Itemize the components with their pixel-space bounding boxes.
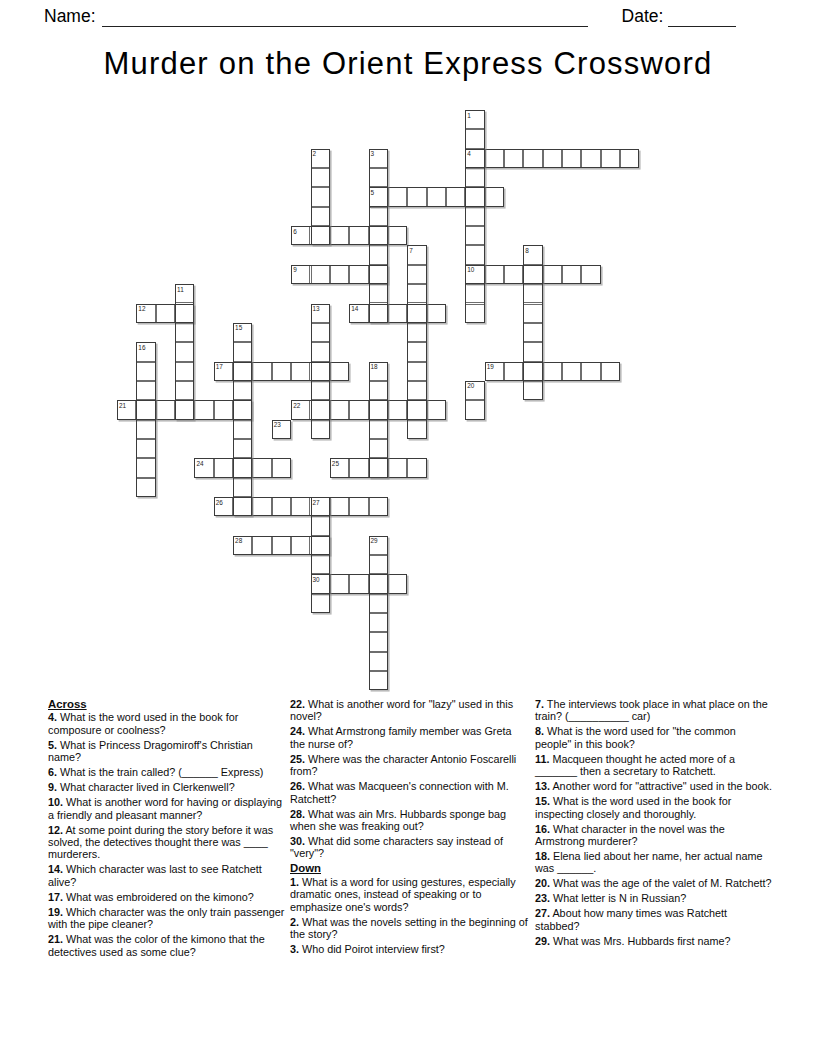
grid-cell-r20c8[interactable] bbox=[272, 497, 291, 516]
grid-cell-r14c15[interactable] bbox=[407, 381, 426, 400]
grid-cell-r25c13[interactable] bbox=[369, 594, 388, 613]
grid-cell-r17c13[interactable] bbox=[369, 439, 388, 458]
cell-number-1: 1 bbox=[467, 112, 471, 119]
cell-number-15: 15 bbox=[235, 324, 242, 331]
grid-cell-r6c13[interactable] bbox=[369, 226, 388, 245]
clue-down-27: 27. About how many times was Ratchett st… bbox=[535, 907, 773, 932]
grid-cell-r8c11[interactable] bbox=[330, 265, 349, 284]
grid-cell-r19c1[interactable] bbox=[136, 478, 155, 497]
grid-cell-r23c13[interactable] bbox=[369, 555, 388, 574]
cell-number-8: 8 bbox=[525, 247, 529, 254]
grid-cell-r9c21[interactable] bbox=[523, 284, 542, 303]
grid-cell-r17c1[interactable] bbox=[136, 439, 155, 458]
cell-number-14: 14 bbox=[351, 305, 358, 312]
grid-cell-r5c18[interactable] bbox=[465, 207, 484, 226]
grid-cell-r12c3[interactable] bbox=[175, 342, 194, 361]
clue-across-26: 26. What was Macqueen's connection with … bbox=[290, 780, 528, 805]
grid-cell-r16c10[interactable] bbox=[311, 420, 330, 439]
grid-cell-r18c14[interactable] bbox=[388, 458, 407, 477]
grid-cell-r14c13[interactable] bbox=[369, 381, 388, 400]
grid-cell-r13c22[interactable] bbox=[543, 362, 562, 381]
grid-cell-r2c23[interactable] bbox=[562, 149, 581, 168]
grid-cell-r3c10[interactable] bbox=[311, 168, 330, 187]
grid-cell-r13c23[interactable] bbox=[562, 362, 581, 381]
grid-cell-r16c1[interactable] bbox=[136, 420, 155, 439]
cell-number-9: 9 bbox=[293, 266, 297, 273]
grid-cell-r4c19[interactable] bbox=[485, 187, 504, 206]
grid-cell-r13c20[interactable] bbox=[504, 362, 523, 381]
clue-across-19: 19. Which character was the only train p… bbox=[48, 906, 286, 931]
clue-down-15: 15. What is the word used in the book fo… bbox=[535, 795, 773, 820]
grid-cell-r13c9[interactable] bbox=[291, 362, 310, 381]
cell-number-28: 28 bbox=[235, 537, 242, 544]
grid-cell-r18c15[interactable] bbox=[407, 458, 426, 477]
clue-across-5: 5. What is Princess Dragomiroff's Christ… bbox=[48, 739, 286, 764]
clue-down-1: 1. What is a word for using gestures, es… bbox=[290, 876, 528, 913]
clue-down-7: 7. The interviews took place in what pla… bbox=[535, 698, 773, 723]
grid-cell-r18c5[interactable] bbox=[214, 458, 233, 477]
clue-down-8: 8. What is the word used for "the common… bbox=[535, 725, 773, 750]
grid-cell-r3c13[interactable] bbox=[369, 168, 388, 187]
grid-cell-r15c18[interactable] bbox=[465, 400, 484, 419]
grid-cell-r11c3[interactable] bbox=[175, 323, 194, 342]
grid-cell-r5c13[interactable] bbox=[369, 207, 388, 226]
grid-cell-r17c6[interactable] bbox=[233, 439, 252, 458]
grid-cell-r3c18[interactable] bbox=[465, 168, 484, 187]
grid-cell-r2c21[interactable] bbox=[523, 149, 542, 168]
grid-cell-r24c13[interactable] bbox=[369, 574, 388, 593]
clue-across-9: 9. What character lived in Clerkenwell? bbox=[48, 781, 286, 793]
grid-cell-r7c13[interactable] bbox=[369, 245, 388, 264]
clue-across-22: 22. What is another word for "lazy" used… bbox=[290, 698, 528, 723]
grid-cell-r13c24[interactable] bbox=[581, 362, 600, 381]
grid-cell-r8c12[interactable] bbox=[349, 265, 368, 284]
grid-cell-r10c18[interactable] bbox=[465, 304, 484, 323]
grid-cell-r12c10[interactable] bbox=[311, 342, 330, 361]
clue-across-25: 25. Where was the character Antonio Fosc… bbox=[290, 753, 528, 778]
grid-cell-r10c3[interactable] bbox=[175, 304, 194, 323]
grid-cell-r24c12[interactable] bbox=[349, 574, 368, 593]
grid-cell-r18c12[interactable] bbox=[349, 458, 368, 477]
grid-cell-r22c10[interactable] bbox=[311, 536, 330, 555]
cell-number-5: 5 bbox=[371, 189, 375, 196]
clue-down-3: 3. Who did Poirot interview first? bbox=[290, 943, 528, 955]
grid-cell-r20c6[interactable] bbox=[233, 497, 252, 516]
grid-cell-r24c11[interactable] bbox=[330, 574, 349, 593]
grid-cell-r10c13[interactable] bbox=[369, 304, 388, 323]
grid-cell-r18c7[interactable] bbox=[252, 458, 271, 477]
worksheet-page: Name:Date: Murder on the Orient Express … bbox=[0, 0, 816, 1056]
grid-cell-r16c6[interactable] bbox=[233, 420, 252, 439]
grid-cell-r13c7[interactable] bbox=[252, 362, 271, 381]
grid-cell-r13c6[interactable] bbox=[233, 362, 252, 381]
grid-cell-r20c12[interactable] bbox=[349, 497, 368, 516]
grid-cell-r2c19[interactable] bbox=[485, 149, 504, 168]
clue-down-23: 23. What letter is N in Russian? bbox=[535, 892, 773, 904]
cell-number-27: 27 bbox=[313, 499, 320, 506]
grid-cell-r14c6[interactable] bbox=[233, 381, 252, 400]
clue-column-across: Across 4. What is the word used in the b… bbox=[48, 698, 286, 961]
grid-cell-r19c6[interactable] bbox=[233, 478, 252, 497]
clue-across-17: 17. What was embroidered on the kimono? bbox=[48, 891, 286, 903]
grid-cell-r15c16[interactable] bbox=[427, 400, 446, 419]
grid-cell-r4c10[interactable] bbox=[311, 187, 330, 206]
grid-cell-r15c3[interactable] bbox=[175, 400, 194, 419]
grid-cell-r6c12[interactable] bbox=[349, 226, 368, 245]
grid-cell-r12c6[interactable] bbox=[233, 342, 252, 361]
grid-cell-r2c25[interactable] bbox=[601, 149, 620, 168]
grid-cell-r15c1[interactable] bbox=[136, 400, 155, 419]
grid-cell-r26c13[interactable] bbox=[369, 613, 388, 632]
grid-cell-r10c21[interactable] bbox=[523, 304, 542, 323]
grid-cell-r5c10[interactable] bbox=[311, 207, 330, 226]
crossword-grid: 4569101214171921222425262830123781113151… bbox=[0, 0, 816, 700]
grid-cell-r18c6[interactable] bbox=[233, 458, 252, 477]
grid-cell-r11c21[interactable] bbox=[523, 323, 542, 342]
grid-cell-r7c18[interactable] bbox=[465, 245, 484, 264]
cell-number-24: 24 bbox=[196, 460, 203, 467]
grid-cell-r8c22[interactable] bbox=[543, 265, 562, 284]
grid-cell-r18c13[interactable] bbox=[369, 458, 388, 477]
cell-number-16: 16 bbox=[138, 344, 145, 351]
cell-number-13: 13 bbox=[313, 305, 320, 312]
grid-cell-r2c26[interactable] bbox=[620, 149, 639, 168]
grid-cell-r8c19[interactable] bbox=[485, 265, 504, 284]
grid-cell-r16c15[interactable] bbox=[407, 420, 426, 439]
grid-cell-r6c10[interactable] bbox=[311, 226, 330, 245]
grid-cell-r4c17[interactable] bbox=[446, 187, 465, 206]
clue-across-24: 24. What Armstrong family member was Gre… bbox=[290, 725, 528, 750]
cell-number-11: 11 bbox=[177, 286, 184, 293]
grid-cell-r8c21[interactable] bbox=[523, 265, 542, 284]
cell-number-7: 7 bbox=[409, 247, 413, 254]
grid-cell-r15c15[interactable] bbox=[407, 400, 426, 419]
cell-number-12: 12 bbox=[138, 305, 145, 312]
clue-down-16: 16. What character in the novel was the … bbox=[535, 823, 773, 848]
grid-cell-r28c13[interactable] bbox=[369, 652, 388, 671]
grid-cell-r15c2[interactable] bbox=[156, 400, 175, 419]
grid-cell-r8c13[interactable] bbox=[369, 265, 388, 284]
cell-number-4: 4 bbox=[467, 150, 471, 157]
grid-cell-r12c15[interactable] bbox=[407, 342, 426, 361]
clue-column-down: 7. The interviews took place in what pla… bbox=[535, 698, 773, 950]
clue-across-14: 14. Which character was last to see Ratc… bbox=[48, 863, 286, 888]
grid-cell-r8c10[interactable] bbox=[311, 265, 330, 284]
cell-number-6: 6 bbox=[293, 228, 297, 235]
grid-cell-r11c15[interactable] bbox=[407, 323, 426, 342]
grid-cell-r14c3[interactable] bbox=[175, 381, 194, 400]
clue-down-20: 20. What was the age of the valet of M. … bbox=[535, 877, 773, 889]
grid-cell-r14c10[interactable] bbox=[311, 381, 330, 400]
cell-number-30: 30 bbox=[313, 576, 320, 583]
cell-number-20: 20 bbox=[467, 382, 474, 389]
grid-cell-r20c7[interactable] bbox=[252, 497, 271, 516]
grid-cell-r6c11[interactable] bbox=[330, 226, 349, 245]
grid-cell-r13c10[interactable] bbox=[311, 362, 330, 381]
grid-cell-r15c13[interactable] bbox=[369, 400, 388, 419]
clue-across-21: 21. What was the color of the kimono tha… bbox=[48, 933, 286, 958]
grid-cell-r13c11[interactable] bbox=[330, 362, 349, 381]
grid-cell-r9c13[interactable] bbox=[369, 284, 388, 303]
grid-cell-r6c14[interactable] bbox=[388, 226, 407, 245]
grid-cell-r15c6[interactable] bbox=[233, 400, 252, 419]
cell-number-23: 23 bbox=[274, 421, 281, 428]
grid-cell-r9c18[interactable] bbox=[465, 284, 484, 303]
grid-cell-r25c10[interactable] bbox=[311, 594, 330, 613]
grid-cell-r10c16[interactable] bbox=[427, 304, 446, 323]
cell-number-29: 29 bbox=[371, 537, 378, 544]
grid-cell-r18c1[interactable] bbox=[136, 458, 155, 477]
grid-cell-r4c14[interactable] bbox=[388, 187, 407, 206]
clue-across-10: 10. What is another word for having or d… bbox=[48, 796, 286, 821]
grid-cell-r4c18[interactable] bbox=[465, 187, 484, 206]
grid-cell-r23c10[interactable] bbox=[311, 555, 330, 574]
grid-cell-r2c24[interactable] bbox=[581, 149, 600, 168]
grid-cell-r22c9[interactable] bbox=[291, 536, 310, 555]
grid-cell-r15c14[interactable] bbox=[388, 400, 407, 419]
across-header: Across bbox=[48, 698, 286, 710]
grid-cell-r10c15[interactable] bbox=[407, 304, 426, 323]
grid-cell-r10c14[interactable] bbox=[388, 304, 407, 323]
cell-number-18: 18 bbox=[371, 363, 378, 370]
clue-down-13: 13. Another word for "attractive" used i… bbox=[535, 780, 773, 792]
grid-cell-r11c10[interactable] bbox=[311, 323, 330, 342]
grid-cell-r27c13[interactable] bbox=[369, 632, 388, 651]
grid-cell-r15c10[interactable] bbox=[311, 400, 330, 419]
grid-cell-r20c11[interactable] bbox=[330, 497, 349, 516]
clue-column-middle: 22. What is another word for "lazy" used… bbox=[290, 698, 528, 958]
grid-cell-r13c25[interactable] bbox=[601, 362, 620, 381]
clue-down-18: 18. Elena lied about her name, her actua… bbox=[535, 850, 773, 875]
clue-down-29: 29. What was Mrs. Hubbards first name? bbox=[535, 935, 773, 947]
grid-cell-r14c21[interactable] bbox=[523, 381, 542, 400]
down-header: Down bbox=[290, 862, 528, 874]
grid-cell-r21c10[interactable] bbox=[311, 516, 330, 535]
clue-across-6: 6. What is the train called? (______ Exp… bbox=[48, 766, 286, 778]
grid-cell-r2c20[interactable] bbox=[504, 149, 523, 168]
cell-number-10: 10 bbox=[467, 266, 474, 273]
clue-down-2: 2. What was the novels setting in the be… bbox=[290, 916, 528, 941]
grid-cell-r15c5[interactable] bbox=[214, 400, 233, 419]
grid-cell-r20c9[interactable] bbox=[291, 497, 310, 516]
cell-number-17: 17 bbox=[216, 363, 223, 370]
grid-cell-r16c13[interactable] bbox=[369, 420, 388, 439]
cell-number-19: 19 bbox=[487, 363, 494, 370]
grid-cell-r22c7[interactable] bbox=[252, 536, 271, 555]
grid-cell-r29c13[interactable] bbox=[369, 671, 388, 690]
grid-cell-r9c15[interactable] bbox=[407, 284, 426, 303]
grid-cell-r12c21[interactable] bbox=[523, 342, 542, 361]
grid-cell-r15c12[interactable] bbox=[349, 400, 368, 419]
grid-cell-r13c1[interactable] bbox=[136, 362, 155, 381]
clue-across-30: 30. What did some characters say instead… bbox=[290, 835, 528, 860]
grid-cell-r6c18[interactable] bbox=[465, 226, 484, 245]
grid-cell-r15c4[interactable] bbox=[194, 400, 213, 419]
grid-cell-r10c2[interactable] bbox=[156, 304, 175, 323]
grid-cell-r14c1[interactable] bbox=[136, 381, 155, 400]
cell-number-2: 2 bbox=[313, 150, 317, 157]
grid-cell-r8c20[interactable] bbox=[504, 265, 523, 284]
grid-cell-r2c22[interactable] bbox=[543, 149, 562, 168]
grid-cell-r18c8[interactable] bbox=[272, 458, 291, 477]
grid-cell-r8c23[interactable] bbox=[562, 265, 581, 284]
grid-cell-r13c15[interactable] bbox=[407, 362, 426, 381]
cell-number-21: 21 bbox=[119, 402, 126, 409]
grid-cell-r13c3[interactable] bbox=[175, 362, 194, 381]
grid-cell-r13c21[interactable] bbox=[523, 362, 542, 381]
grid-cell-r15c11[interactable] bbox=[330, 400, 349, 419]
clue-across-12: 12. At some point during the story befor… bbox=[48, 824, 286, 861]
grid-cell-r8c24[interactable] bbox=[581, 265, 600, 284]
cell-number-26: 26 bbox=[216, 499, 223, 506]
clue-across-4: 4. What is the word used in the book for… bbox=[48, 711, 286, 736]
grid-cell-r4c15[interactable] bbox=[407, 187, 426, 206]
grid-cell-r20c13[interactable] bbox=[369, 497, 388, 516]
cell-number-3: 3 bbox=[371, 150, 375, 157]
grid-cell-r13c8[interactable] bbox=[272, 362, 291, 381]
grid-cell-r4c16[interactable] bbox=[427, 187, 446, 206]
grid-cell-r1c18[interactable] bbox=[465, 129, 484, 148]
grid-cell-r22c8[interactable] bbox=[272, 536, 291, 555]
grid-cell-r24c14[interactable] bbox=[388, 574, 407, 593]
cell-number-22: 22 bbox=[293, 402, 300, 409]
cell-number-25: 25 bbox=[332, 460, 339, 467]
grid-cell-r8c15[interactable] bbox=[407, 265, 426, 284]
clue-across-28: 28. What was ain Mrs. Hubbards sponge ba… bbox=[290, 808, 528, 833]
clue-down-11: 11. Macqueen thought he acted more of a … bbox=[535, 753, 773, 778]
